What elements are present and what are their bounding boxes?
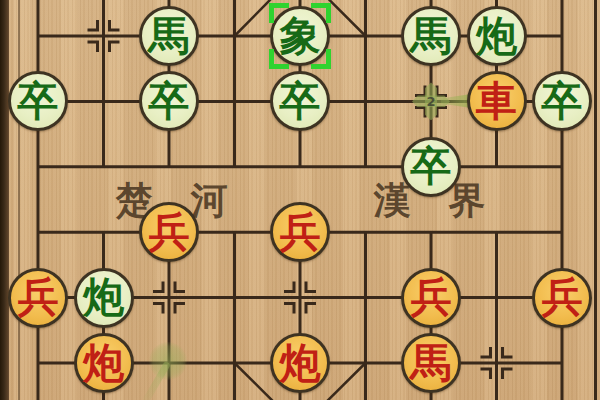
piece-red-soldier[interactable]: 兵 <box>401 268 461 328</box>
piece-green-soldier[interactable]: 卒 <box>8 71 68 131</box>
piece-green-horse[interactable]: 馬 <box>401 6 461 66</box>
piece-red-cannon[interactable]: 炮 <box>74 333 134 393</box>
piece-red-soldier[interactable]: 兵 <box>532 268 592 328</box>
board-inner-border-left <box>18 0 20 400</box>
piece-green-cannon[interactable]: 炮 <box>467 6 527 66</box>
river-label-han: 漢 <box>374 176 411 226</box>
piece-red-soldier[interactable]: 兵 <box>270 202 330 262</box>
piece-green-soldier[interactable]: 卒 <box>139 71 199 131</box>
piece-red-soldier[interactable]: 兵 <box>139 202 199 262</box>
piece-green-cannon[interactable]: 炮 <box>74 268 134 328</box>
board-outer-border-right <box>594 0 597 400</box>
piece-red-cannon[interactable]: 炮 <box>270 333 330 393</box>
xiangqi-board: 楚 河 漢 界 馬象馬炮卒卒卒車卒卒兵兵兵炮兵兵炮炮馬 2 <box>0 0 600 400</box>
piece-red-chariot[interactable]: 車 <box>467 71 527 131</box>
piece-red-soldier[interactable]: 兵 <box>8 268 68 328</box>
piece-green-soldier[interactable]: 卒 <box>401 137 461 197</box>
piece-green-elephant[interactable]: 象 <box>270 6 330 66</box>
piece-red-horse[interactable]: 馬 <box>401 333 461 393</box>
piece-green-soldier[interactable]: 卒 <box>532 71 592 131</box>
move-hint-blob <box>149 342 187 380</box>
piece-green-horse[interactable]: 馬 <box>139 6 199 66</box>
board-edge-strip <box>0 0 9 400</box>
piece-green-soldier[interactable]: 卒 <box>270 71 330 131</box>
